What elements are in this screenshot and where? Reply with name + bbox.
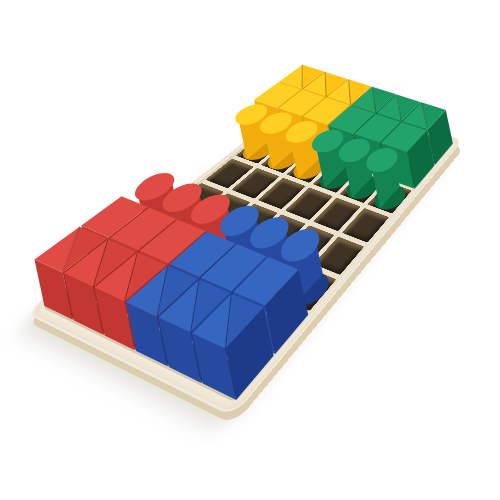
- blocks-layer: [0, 0, 500, 500]
- product-photo-stage: [0, 0, 500, 500]
